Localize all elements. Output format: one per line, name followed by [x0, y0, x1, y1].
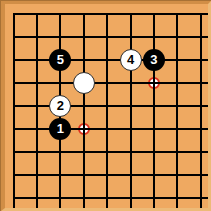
stone-black-3: 3	[143, 49, 165, 71]
grid-line-horizontal	[13, 36, 209, 38]
grid-line-vertical	[200, 13, 202, 208]
grid-line-horizontal	[13, 151, 209, 153]
grid-line-vertical	[13, 13, 15, 208]
grid-line-vertical	[36, 13, 38, 208]
stone-white-4: 4	[120, 49, 142, 71]
grid-line-horizontal	[13, 59, 209, 61]
grid-line-vertical	[176, 13, 178, 208]
grid-line-vertical	[106, 13, 108, 208]
grid-line-horizontal	[13, 128, 209, 130]
grid-line-vertical	[153, 13, 155, 208]
board-frame: 12345	[1, 1, 211, 211]
stone-white-2: 2	[49, 95, 71, 117]
marked-point-red-circle	[148, 77, 160, 89]
stone-black-1: 1	[49, 118, 71, 140]
grid-line-vertical	[130, 13, 132, 208]
grid-line-vertical	[83, 13, 85, 208]
grid-line-horizontal	[13, 105, 209, 107]
grid-line-horizontal	[13, 82, 209, 84]
grid-line-horizontal	[13, 197, 209, 199]
marked-point-red-circle	[78, 123, 90, 135]
grid-line-horizontal	[13, 174, 209, 176]
stone-black-5: 5	[49, 49, 71, 71]
go-diagram: 12345	[0, 0, 211, 211]
board-grid: 12345	[5, 4, 208, 208]
stone-white-plain	[73, 72, 95, 94]
grid-line-horizontal	[13, 13, 209, 15]
